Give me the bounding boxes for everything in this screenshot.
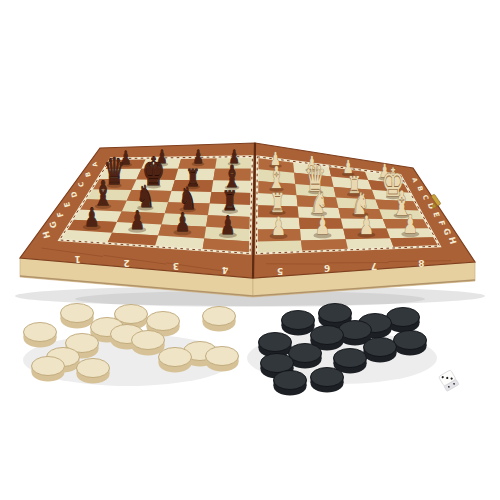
checker-disc <box>32 357 65 376</box>
checker-disc <box>206 347 239 366</box>
checker-disc <box>289 344 322 363</box>
piece-dark-P: ♟ <box>84 203 99 232</box>
coordinate-label: 2 <box>124 258 130 268</box>
die <box>438 370 459 392</box>
checker-disc <box>77 359 110 378</box>
coordinate-label: 3 <box>173 261 179 271</box>
checker-disc <box>311 368 344 387</box>
piece-light-P: ♟ <box>315 211 330 240</box>
checker-disc <box>394 331 427 350</box>
piece-dark-P: ♟ <box>220 210 235 239</box>
product-photo: 3-in-1 folding wooden board game set: ch… <box>0 0 500 500</box>
checker-disc <box>24 323 57 342</box>
checker-disc <box>132 331 165 350</box>
coordinate-label: 5 <box>277 266 283 276</box>
checker-disc <box>203 307 236 326</box>
checker-disc <box>159 348 192 367</box>
chess-board-scene: 12345678ABCDEFGHABCDEFGH♟♟♟♟♟♟♟♟♛♚♜♝♝♛♜♚… <box>0 0 500 500</box>
coordinate-label: 6 <box>324 263 330 273</box>
checker-disc <box>364 338 397 357</box>
checker-disc <box>319 304 352 323</box>
coordinate-label: 1 <box>74 254 80 264</box>
checker-disc <box>147 312 180 331</box>
checker-disc <box>334 349 367 368</box>
piece-light-P: ♟ <box>359 210 374 239</box>
checker-disc <box>61 304 94 323</box>
coordinate-label: 7 <box>371 261 377 271</box>
piece-dark-P: ♟ <box>175 208 190 237</box>
coordinate-label: 4 <box>222 265 228 275</box>
checker-disc <box>261 354 294 373</box>
coordinate-label: 8 <box>418 258 424 268</box>
checker-disc <box>311 326 344 345</box>
piece-dark-P: ♟ <box>130 205 145 234</box>
checker-disc <box>282 311 315 330</box>
checker-disc <box>259 333 292 352</box>
black-checkers-pile <box>247 304 437 396</box>
light-checkers-pile <box>23 304 239 387</box>
piece-light-P: ♟ <box>403 210 418 239</box>
piece-light-P: ♟ <box>271 212 286 241</box>
checker-disc <box>274 371 307 390</box>
